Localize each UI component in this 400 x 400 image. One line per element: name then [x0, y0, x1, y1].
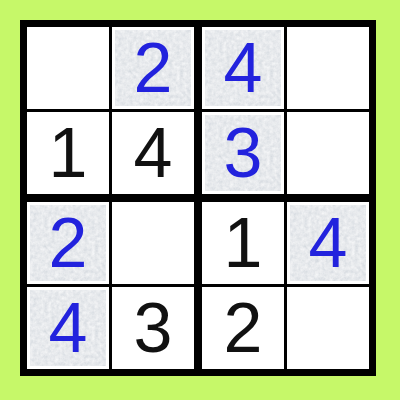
- box-3: 142: [202, 202, 369, 369]
- cell-r2c2[interactable]: 4: [112, 112, 194, 194]
- cell-r3c1: 2: [27, 202, 109, 284]
- digit-r3c3: 1: [224, 208, 263, 278]
- cell-r4c4[interactable]: [287, 287, 369, 369]
- cell-r4c2[interactable]: 3: [112, 287, 194, 369]
- cell-r3c3[interactable]: 1: [202, 202, 284, 284]
- digit-r2c1: 1: [49, 118, 88, 188]
- digit-r3c1: 2: [49, 208, 88, 278]
- digit-r2c3: 3: [224, 118, 263, 188]
- cell-r1c3: 4: [202, 27, 284, 109]
- box-2: 243: [27, 202, 194, 369]
- digit-r3c4: 4: [309, 208, 348, 278]
- digit-r4c1: 4: [49, 293, 88, 363]
- cell-r3c2[interactable]: [112, 202, 194, 284]
- cell-r2c3: 3: [202, 112, 284, 194]
- cell-r3c4: 4: [287, 202, 369, 284]
- cell-r4c1: 4: [27, 287, 109, 369]
- page: { "game": "sudoku-4x4", "position": ".24…: [0, 0, 400, 400]
- puzzle-board: 21443243142: [20, 20, 376, 376]
- cell-r1c4[interactable]: [287, 27, 369, 109]
- cell-r2c1[interactable]: 1: [27, 112, 109, 194]
- digit-r4c2: 3: [134, 293, 173, 363]
- box-0: 214: [27, 27, 194, 194]
- cell-r2c4[interactable]: [287, 112, 369, 194]
- box-1: 43: [202, 27, 369, 194]
- digit-r1c3: 4: [224, 33, 263, 103]
- digit-r1c2: 2: [134, 33, 173, 103]
- cell-r1c1[interactable]: [27, 27, 109, 109]
- digit-r4c3: 2: [224, 293, 263, 363]
- cell-r1c2: 2: [112, 27, 194, 109]
- cell-r4c3[interactable]: 2: [202, 287, 284, 369]
- digit-r2c2: 4: [134, 118, 173, 188]
